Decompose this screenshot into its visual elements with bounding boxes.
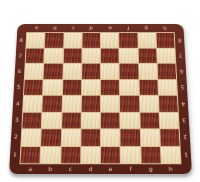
square-a8[interactable] [26, 33, 44, 47]
square-b4[interactable] [43, 96, 62, 112]
file-label-top-f: f [119, 24, 137, 32]
square-a4[interactable] [23, 96, 42, 112]
square-f1[interactable] [121, 147, 140, 164]
square-f4[interactable] [120, 96, 139, 112]
square-f2[interactable] [121, 129, 140, 145]
file-label-top-b: b [45, 24, 64, 32]
rank-label-right-3: 3 [179, 112, 190, 129]
square-b7[interactable] [44, 48, 62, 63]
square-h2[interactable] [160, 129, 180, 145]
square-b2[interactable] [41, 129, 60, 145]
square-b1[interactable] [41, 147, 61, 164]
square-g3[interactable] [140, 112, 159, 128]
square-d5[interactable] [82, 80, 100, 95]
square-c8[interactable] [64, 33, 82, 47]
square-c5[interactable] [62, 80, 80, 95]
square-a2[interactable] [21, 129, 41, 145]
square-d3[interactable] [81, 112, 100, 128]
square-d6[interactable] [82, 64, 100, 79]
board-scene: abcdefgh abcdefgh 87654321 87654321 [0, 0, 200, 182]
square-e2[interactable] [101, 129, 120, 145]
square-a1[interactable] [21, 147, 41, 164]
square-d2[interactable] [81, 129, 100, 145]
rank-label-right-7: 7 [175, 48, 185, 63]
square-h7[interactable] [157, 48, 175, 63]
square-c2[interactable] [61, 129, 80, 145]
square-h5[interactable] [158, 80, 177, 95]
file-label-top-h: h [155, 24, 174, 32]
square-e7[interactable] [101, 48, 119, 63]
file-label-bottom-b: b [40, 164, 60, 174]
square-g7[interactable] [138, 48, 156, 63]
square-f8[interactable] [119, 33, 137, 47]
square-e8[interactable] [101, 33, 119, 47]
square-f5[interactable] [120, 80, 138, 95]
file-label-bottom-h: h [160, 164, 181, 174]
square-e4[interactable] [101, 96, 119, 112]
square-d7[interactable] [82, 48, 100, 63]
square-b6[interactable] [44, 64, 62, 79]
square-g4[interactable] [139, 96, 158, 112]
file-label-top-d: d [82, 24, 100, 32]
square-d4[interactable] [82, 96, 100, 112]
board-field [19, 32, 181, 164]
square-e3[interactable] [101, 112, 120, 128]
square-e5[interactable] [101, 80, 119, 95]
square-f3[interactable] [120, 112, 139, 128]
square-h6[interactable] [157, 64, 176, 79]
square-e1[interactable] [101, 147, 120, 164]
rank-label-right-2: 2 [180, 129, 191, 146]
square-d1[interactable] [81, 147, 100, 164]
file-labels-top: abcdefgh [27, 24, 174, 32]
square-g6[interactable] [139, 64, 157, 79]
square-g1[interactable] [141, 147, 161, 164]
file-label-top-e: e [100, 24, 118, 32]
rank-label-right-6: 6 [176, 64, 186, 80]
file-label-bottom-e: e [100, 164, 120, 174]
square-h3[interactable] [159, 112, 178, 128]
file-label-bottom-c: c [60, 164, 80, 174]
rank-label-right-4: 4 [178, 95, 188, 111]
file-labels-bottom: abcdefgh [20, 164, 181, 174]
square-d8[interactable] [82, 33, 100, 47]
square-b8[interactable] [45, 33, 63, 47]
file-label-bottom-a: a [20, 164, 40, 174]
square-c7[interactable] [63, 48, 81, 63]
square-c1[interactable] [61, 147, 80, 164]
square-h4[interactable] [159, 96, 178, 112]
square-c4[interactable] [62, 96, 81, 112]
square-b5[interactable] [43, 80, 62, 95]
square-g5[interactable] [139, 80, 158, 95]
square-f7[interactable] [120, 48, 138, 63]
square-f6[interactable] [120, 64, 138, 79]
square-a3[interactable] [22, 112, 41, 128]
square-a6[interactable] [25, 64, 44, 79]
square-h8[interactable] [156, 33, 174, 47]
square-c3[interactable] [62, 112, 81, 128]
square-g2[interactable] [140, 129, 159, 145]
rank-label-right-8: 8 [175, 33, 185, 48]
file-label-top-c: c [64, 24, 82, 32]
file-label-bottom-g: g [140, 164, 160, 174]
rank-label-right-5: 5 [177, 79, 187, 95]
square-a5[interactable] [24, 80, 43, 95]
file-label-bottom-d: d [80, 164, 100, 174]
square-a7[interactable] [26, 48, 44, 63]
square-b3[interactable] [42, 112, 61, 128]
chess-board: abcdefgh abcdefgh 87654321 87654321 [9, 24, 192, 174]
square-h1[interactable] [161, 147, 181, 164]
file-label-bottom-f: f [120, 164, 140, 174]
square-c6[interactable] [63, 64, 81, 79]
square-g8[interactable] [138, 33, 156, 47]
file-label-top-g: g [137, 24, 156, 32]
square-e6[interactable] [101, 64, 119, 79]
rank-label-right-1: 1 [181, 146, 192, 164]
file-label-top-a: a [27, 24, 46, 32]
